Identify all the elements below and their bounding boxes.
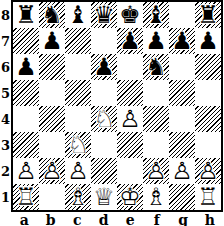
- square-g7[interactable]: ♟♟: [169, 28, 195, 54]
- file-label-g: g: [170, 212, 197, 226]
- piece-glyph: ♝: [65, 2, 91, 28]
- square-d4[interactable]: ♞♘: [91, 106, 117, 132]
- piece-glyph: ♛: [91, 2, 117, 28]
- piece-black-knight[interactable]: ♞♞: [39, 2, 65, 28]
- piece-glyph: ♗: [65, 184, 91, 210]
- square-c8[interactable]: ♝♝: [65, 2, 91, 28]
- square-c7[interactable]: [65, 28, 91, 54]
- piece-white-bishop[interactable]: ♝♗: [65, 184, 91, 210]
- square-b8[interactable]: ♞♞: [39, 2, 65, 28]
- square-g5[interactable]: [169, 80, 195, 106]
- piece-black-pawn[interactable]: ♟♟: [117, 28, 143, 54]
- piece-glyph: ♜: [13, 2, 39, 28]
- square-e2[interactable]: [117, 158, 143, 184]
- piece-black-rook[interactable]: ♜♜: [13, 2, 39, 28]
- square-a2[interactable]: ♟♙: [13, 158, 39, 184]
- piece-white-rook[interactable]: ♜♖: [13, 184, 39, 210]
- square-f1[interactable]: ♝♗: [143, 184, 169, 210]
- square-f6[interactable]: ♞♞: [143, 54, 169, 80]
- piece-black-pawn[interactable]: ♟♟: [195, 28, 221, 54]
- square-a5[interactable]: [13, 80, 39, 106]
- square-h6[interactable]: [195, 54, 221, 80]
- square-d8[interactable]: ♛♛: [91, 2, 117, 28]
- file-label-e: e: [117, 212, 144, 226]
- rank-label-3: 3: [0, 132, 11, 158]
- square-e1[interactable]: ♚♔: [117, 184, 143, 210]
- square-b2[interactable]: ♟♙: [39, 158, 65, 184]
- piece-glyph: ♙: [39, 158, 65, 184]
- square-e5[interactable]: [117, 80, 143, 106]
- piece-glyph: ♞: [143, 54, 169, 80]
- piece-glyph: ♙: [169, 158, 195, 184]
- file-labels: abcdefgh: [11, 212, 223, 226]
- rank-label-8: 8: [0, 2, 11, 28]
- piece-black-pawn[interactable]: ♟♟: [91, 54, 117, 80]
- piece-glyph: ♖: [195, 184, 221, 210]
- piece-white-pawn[interactable]: ♟♙: [195, 158, 221, 184]
- piece-glyph: ♟: [143, 28, 169, 54]
- square-b7[interactable]: ♟♟: [39, 28, 65, 54]
- square-d6[interactable]: ♟♟: [91, 54, 117, 80]
- piece-white-queen[interactable]: ♛♕: [91, 184, 117, 210]
- square-h4[interactable]: [195, 106, 221, 132]
- square-a1[interactable]: ♜♖: [13, 184, 39, 210]
- piece-glyph: ♕: [91, 184, 117, 210]
- piece-white-rook[interactable]: ♜♖: [195, 184, 221, 210]
- piece-white-pawn[interactable]: ♟♙: [169, 158, 195, 184]
- piece-glyph: ♝: [143, 2, 169, 28]
- square-h1[interactable]: ♜♖: [195, 184, 221, 210]
- piece-black-pawn[interactable]: ♟♟: [13, 54, 39, 80]
- piece-glyph: ♜: [195, 2, 221, 28]
- piece-white-pawn[interactable]: ♟♙: [13, 158, 39, 184]
- piece-glyph: ♞: [39, 2, 65, 28]
- piece-glyph: ♟: [117, 28, 143, 54]
- piece-black-pawn[interactable]: ♟♟: [39, 28, 65, 54]
- square-d3[interactable]: [91, 132, 117, 158]
- square-e6[interactable]: [117, 54, 143, 80]
- square-g6[interactable]: [169, 54, 195, 80]
- square-f3[interactable]: [143, 132, 169, 158]
- piece-black-bishop[interactable]: ♝♝: [143, 2, 169, 28]
- file-label-c: c: [64, 212, 91, 226]
- square-h5[interactable]: [195, 80, 221, 106]
- piece-black-pawn[interactable]: ♟♟: [169, 28, 195, 54]
- square-h2[interactable]: ♟♙: [195, 158, 221, 184]
- piece-glyph: ♙: [65, 158, 91, 184]
- square-f7[interactable]: ♟♟: [143, 28, 169, 54]
- square-b1[interactable]: [39, 184, 65, 210]
- piece-glyph: ♙: [117, 106, 143, 132]
- square-c4[interactable]: [65, 106, 91, 132]
- piece-glyph: ♟: [91, 54, 117, 80]
- piece-glyph: ♟: [169, 28, 195, 54]
- piece-black-king[interactable]: ♚♚: [117, 2, 143, 28]
- piece-black-knight[interactable]: ♞♞: [143, 54, 169, 80]
- piece-glyph: ♚: [117, 2, 143, 28]
- piece-black-queen[interactable]: ♛♛: [91, 2, 117, 28]
- piece-white-king[interactable]: ♚♔: [117, 184, 143, 210]
- rank-labels: 87654321: [0, 2, 11, 210]
- piece-glyph: ♔: [117, 184, 143, 210]
- rank-label-7: 7: [0, 28, 11, 54]
- rank-label-5: 5: [0, 80, 11, 106]
- square-c6[interactable]: [65, 54, 91, 80]
- square-c3[interactable]: ♞♘: [65, 132, 91, 158]
- rank-label-2: 2: [0, 158, 11, 184]
- piece-glyph: ♙: [195, 158, 221, 184]
- square-d7[interactable]: [91, 28, 117, 54]
- square-e3[interactable]: [117, 132, 143, 158]
- piece-glyph: ♟: [13, 54, 39, 80]
- square-g1[interactable]: [169, 184, 195, 210]
- square-g2[interactable]: ♟♙: [169, 158, 195, 184]
- square-c5[interactable]: [65, 80, 91, 106]
- square-f5[interactable]: [143, 80, 169, 106]
- piece-glyph: ♟: [195, 28, 221, 54]
- chess-board[interactable]: ♜♜♞♞♝♝♛♛♚♚♝♝♜♜♟♟♟♟♟♟♟♟♟♟♟♟♟♟♞♞♞♘♟♙♞♘♟♙♟♙…: [11, 0, 223, 212]
- piece-black-bishop[interactable]: ♝♝: [65, 2, 91, 28]
- square-a8[interactable]: ♜♜: [13, 2, 39, 28]
- square-h7[interactable]: ♟♟: [195, 28, 221, 54]
- file-label-f: f: [144, 212, 171, 226]
- square-h3[interactable]: [195, 132, 221, 158]
- piece-glyph: ♘: [65, 132, 91, 158]
- square-f2[interactable]: ♟♙: [143, 158, 169, 184]
- square-g3[interactable]: [169, 132, 195, 158]
- square-c1[interactable]: ♝♗: [65, 184, 91, 210]
- file-label-a: a: [11, 212, 38, 226]
- piece-glyph: ♙: [143, 158, 169, 184]
- square-e8[interactable]: ♚♚: [117, 2, 143, 28]
- square-b4[interactable]: [39, 106, 65, 132]
- square-f8[interactable]: ♝♝: [143, 2, 169, 28]
- file-label-b: b: [38, 212, 65, 226]
- square-a6[interactable]: ♟♟: [13, 54, 39, 80]
- square-a4[interactable]: [13, 106, 39, 132]
- square-d1[interactable]: ♛♕: [91, 184, 117, 210]
- piece-glyph: ♘: [91, 106, 117, 132]
- square-h8[interactable]: ♜♜: [195, 2, 221, 28]
- rank-label-1: 1: [0, 184, 11, 210]
- piece-white-pawn[interactable]: ♟♙: [65, 158, 91, 184]
- piece-white-knight[interactable]: ♞♘: [65, 132, 91, 158]
- square-g4[interactable]: [169, 106, 195, 132]
- square-c2[interactable]: ♟♙: [65, 158, 91, 184]
- piece-white-pawn[interactable]: ♟♙: [143, 158, 169, 184]
- square-d2[interactable]: [91, 158, 117, 184]
- rank-label-6: 6: [0, 54, 11, 80]
- square-b6[interactable]: [39, 54, 65, 80]
- square-e4[interactable]: ♟♙: [117, 106, 143, 132]
- piece-white-bishop[interactable]: ♝♗: [143, 184, 169, 210]
- piece-glyph: ♟: [39, 28, 65, 54]
- piece-white-knight[interactable]: ♞♘: [91, 106, 117, 132]
- square-d5[interactable]: [91, 80, 117, 106]
- square-f4[interactable]: [143, 106, 169, 132]
- piece-glyph: ♙: [13, 158, 39, 184]
- square-a7[interactable]: [13, 28, 39, 54]
- piece-white-pawn[interactable]: ♟♙: [39, 158, 65, 184]
- square-e7[interactable]: ♟♟: [117, 28, 143, 54]
- square-b5[interactable]: [39, 80, 65, 106]
- file-label-h: h: [197, 212, 224, 226]
- file-label-d: d: [91, 212, 118, 226]
- square-b3[interactable]: [39, 132, 65, 158]
- piece-glyph: ♗: [143, 184, 169, 210]
- square-a3[interactable]: [13, 132, 39, 158]
- piece-white-pawn[interactable]: ♟♙: [117, 106, 143, 132]
- chess-diagram: 87654321 ♜♜♞♞♝♝♛♛♚♚♝♝♜♜♟♟♟♟♟♟♟♟♟♟♟♟♟♟♞♞♞…: [0, 0, 223, 226]
- piece-black-rook[interactable]: ♜♜: [195, 2, 221, 28]
- piece-black-pawn[interactable]: ♟♟: [143, 28, 169, 54]
- square-g8[interactable]: [169, 2, 195, 28]
- rank-label-4: 4: [0, 106, 11, 132]
- piece-glyph: ♖: [13, 184, 39, 210]
